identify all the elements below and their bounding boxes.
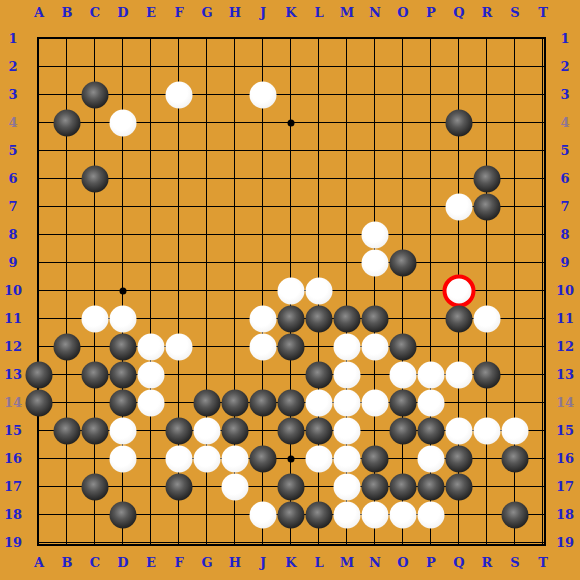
intersection-E11[interactable] <box>137 305 165 333</box>
intersection-O2[interactable] <box>389 53 417 81</box>
intersection-T3[interactable] <box>529 81 557 109</box>
intersection-P6[interactable] <box>417 165 445 193</box>
intersection-P19[interactable] <box>417 529 445 557</box>
intersection-E16[interactable] <box>137 445 165 473</box>
intersection-G14[interactable] <box>193 389 221 417</box>
intersection-S11[interactable] <box>501 305 529 333</box>
intersection-J12[interactable] <box>249 333 277 361</box>
intersection-M13[interactable] <box>333 361 361 389</box>
intersection-P5[interactable] <box>417 137 445 165</box>
intersection-S17[interactable] <box>501 473 529 501</box>
intersection-T5[interactable] <box>529 137 557 165</box>
intersection-O17[interactable] <box>389 473 417 501</box>
intersection-E7[interactable] <box>137 193 165 221</box>
intersection-M14[interactable] <box>333 389 361 417</box>
intersection-K9[interactable] <box>277 249 305 277</box>
intersection-O15[interactable] <box>389 417 417 445</box>
intersection-S18[interactable] <box>501 501 529 529</box>
intersection-A6[interactable] <box>25 165 53 193</box>
intersection-N8[interactable] <box>361 221 389 249</box>
intersection-C14[interactable] <box>81 389 109 417</box>
intersection-N6[interactable] <box>361 165 389 193</box>
intersection-F4[interactable] <box>165 109 193 137</box>
intersection-A8[interactable] <box>25 221 53 249</box>
intersection-D10[interactable] <box>109 277 137 305</box>
intersection-G18[interactable] <box>193 501 221 529</box>
intersection-B7[interactable] <box>53 193 81 221</box>
intersection-K13[interactable] <box>277 361 305 389</box>
intersection-P18[interactable] <box>417 501 445 529</box>
intersection-S12[interactable] <box>501 333 529 361</box>
intersection-R1[interactable] <box>473 25 501 53</box>
intersection-E6[interactable] <box>137 165 165 193</box>
intersection-G2[interactable] <box>193 53 221 81</box>
intersection-O16[interactable] <box>389 445 417 473</box>
intersection-F14[interactable] <box>165 389 193 417</box>
intersection-P8[interactable] <box>417 221 445 249</box>
intersection-L4[interactable] <box>305 109 333 137</box>
intersection-K19[interactable] <box>277 529 305 557</box>
intersection-H18[interactable] <box>221 501 249 529</box>
intersection-M12[interactable] <box>333 333 361 361</box>
intersection-F3[interactable] <box>165 81 193 109</box>
intersection-Q7[interactable] <box>445 193 473 221</box>
intersection-A16[interactable] <box>25 445 53 473</box>
intersection-K14[interactable] <box>277 389 305 417</box>
intersection-G4[interactable] <box>193 109 221 137</box>
intersection-R6[interactable] <box>473 165 501 193</box>
intersection-T9[interactable] <box>529 249 557 277</box>
intersection-Q18[interactable] <box>445 501 473 529</box>
intersection-R3[interactable] <box>473 81 501 109</box>
intersection-C13[interactable] <box>81 361 109 389</box>
intersection-B17[interactable] <box>53 473 81 501</box>
intersection-O11[interactable] <box>389 305 417 333</box>
intersection-L18[interactable] <box>305 501 333 529</box>
intersection-H19[interactable] <box>221 529 249 557</box>
intersection-E15[interactable] <box>137 417 165 445</box>
intersection-A19[interactable] <box>25 529 53 557</box>
intersection-K7[interactable] <box>277 193 305 221</box>
intersection-Q17[interactable] <box>445 473 473 501</box>
intersection-T15[interactable] <box>529 417 557 445</box>
intersection-S9[interactable] <box>501 249 529 277</box>
intersection-O6[interactable] <box>389 165 417 193</box>
intersection-Q5[interactable] <box>445 137 473 165</box>
intersection-C7[interactable] <box>81 193 109 221</box>
intersection-T16[interactable] <box>529 445 557 473</box>
intersection-Q12[interactable] <box>445 333 473 361</box>
intersection-D15[interactable] <box>109 417 137 445</box>
intersection-T13[interactable] <box>529 361 557 389</box>
intersection-T2[interactable] <box>529 53 557 81</box>
intersection-B16[interactable] <box>53 445 81 473</box>
intersection-M1[interactable] <box>333 25 361 53</box>
intersection-C3[interactable] <box>81 81 109 109</box>
intersection-P9[interactable] <box>417 249 445 277</box>
intersection-H17[interactable] <box>221 473 249 501</box>
intersection-S10[interactable] <box>501 277 529 305</box>
intersection-G5[interactable] <box>193 137 221 165</box>
intersection-N1[interactable] <box>361 25 389 53</box>
intersection-L5[interactable] <box>305 137 333 165</box>
intersection-E14[interactable] <box>137 389 165 417</box>
intersection-P16[interactable] <box>417 445 445 473</box>
intersection-K12[interactable] <box>277 333 305 361</box>
intersection-R4[interactable] <box>473 109 501 137</box>
intersection-L19[interactable] <box>305 529 333 557</box>
intersection-R7[interactable] <box>473 193 501 221</box>
intersection-C9[interactable] <box>81 249 109 277</box>
intersection-P7[interactable] <box>417 193 445 221</box>
intersection-A17[interactable] <box>25 473 53 501</box>
intersection-K5[interactable] <box>277 137 305 165</box>
intersection-Q16[interactable] <box>445 445 473 473</box>
intersection-G15[interactable] <box>193 417 221 445</box>
intersection-D9[interactable] <box>109 249 137 277</box>
intersection-L6[interactable] <box>305 165 333 193</box>
intersection-K3[interactable] <box>277 81 305 109</box>
intersection-N7[interactable] <box>361 193 389 221</box>
intersection-H6[interactable] <box>221 165 249 193</box>
intersection-P10[interactable] <box>417 277 445 305</box>
intersection-H10[interactable] <box>221 277 249 305</box>
intersection-J9[interactable] <box>249 249 277 277</box>
intersection-J10[interactable] <box>249 277 277 305</box>
intersection-E19[interactable] <box>137 529 165 557</box>
intersection-S14[interactable] <box>501 389 529 417</box>
intersection-T4[interactable] <box>529 109 557 137</box>
intersection-O5[interactable] <box>389 137 417 165</box>
intersection-D7[interactable] <box>109 193 137 221</box>
intersection-A3[interactable] <box>25 81 53 109</box>
intersection-S19[interactable] <box>501 529 529 557</box>
intersection-F19[interactable] <box>165 529 193 557</box>
intersection-B3[interactable] <box>53 81 81 109</box>
intersection-J8[interactable] <box>249 221 277 249</box>
intersection-M2[interactable] <box>333 53 361 81</box>
intersection-L2[interactable] <box>305 53 333 81</box>
intersection-D5[interactable] <box>109 137 137 165</box>
intersection-J3[interactable] <box>249 81 277 109</box>
intersection-S2[interactable] <box>501 53 529 81</box>
intersection-F7[interactable] <box>165 193 193 221</box>
intersection-Q15[interactable] <box>445 417 473 445</box>
intersection-J4[interactable] <box>249 109 277 137</box>
intersection-M19[interactable] <box>333 529 361 557</box>
intersection-G3[interactable] <box>193 81 221 109</box>
intersection-R11[interactable] <box>473 305 501 333</box>
intersection-R19[interactable] <box>473 529 501 557</box>
intersection-O8[interactable] <box>389 221 417 249</box>
intersection-E12[interactable] <box>137 333 165 361</box>
intersection-J19[interactable] <box>249 529 277 557</box>
intersection-K17[interactable] <box>277 473 305 501</box>
intersection-K10[interactable] <box>277 277 305 305</box>
intersection-M6[interactable] <box>333 165 361 193</box>
intersection-C18[interactable] <box>81 501 109 529</box>
intersection-E13[interactable] <box>137 361 165 389</box>
intersection-B18[interactable] <box>53 501 81 529</box>
intersection-B5[interactable] <box>53 137 81 165</box>
intersection-L1[interactable] <box>305 25 333 53</box>
intersection-H15[interactable] <box>221 417 249 445</box>
intersection-Q10[interactable] <box>445 277 473 305</box>
intersection-M8[interactable] <box>333 221 361 249</box>
intersection-T10[interactable] <box>529 277 557 305</box>
intersection-P15[interactable] <box>417 417 445 445</box>
intersection-D11[interactable] <box>109 305 137 333</box>
intersection-D13[interactable] <box>109 361 137 389</box>
intersection-O1[interactable] <box>389 25 417 53</box>
intersection-L12[interactable] <box>305 333 333 361</box>
intersection-A1[interactable] <box>25 25 53 53</box>
intersection-N14[interactable] <box>361 389 389 417</box>
intersection-H1[interactable] <box>221 25 249 53</box>
intersection-A4[interactable] <box>25 109 53 137</box>
intersection-S15[interactable] <box>501 417 529 445</box>
intersection-M9[interactable] <box>333 249 361 277</box>
intersection-E8[interactable] <box>137 221 165 249</box>
intersection-L16[interactable] <box>305 445 333 473</box>
intersection-T8[interactable] <box>529 221 557 249</box>
intersection-T7[interactable] <box>529 193 557 221</box>
intersection-F18[interactable] <box>165 501 193 529</box>
intersection-L15[interactable] <box>305 417 333 445</box>
intersection-D3[interactable] <box>109 81 137 109</box>
intersection-A9[interactable] <box>25 249 53 277</box>
intersection-G6[interactable] <box>193 165 221 193</box>
intersection-L17[interactable] <box>305 473 333 501</box>
intersection-N15[interactable] <box>361 417 389 445</box>
intersection-H12[interactable] <box>221 333 249 361</box>
intersection-B15[interactable] <box>53 417 81 445</box>
intersection-S4[interactable] <box>501 109 529 137</box>
intersection-D19[interactable] <box>109 529 137 557</box>
intersection-D6[interactable] <box>109 165 137 193</box>
intersection-J13[interactable] <box>249 361 277 389</box>
intersection-F8[interactable] <box>165 221 193 249</box>
intersection-C8[interactable] <box>81 221 109 249</box>
intersection-D4[interactable] <box>109 109 137 137</box>
intersection-O10[interactable] <box>389 277 417 305</box>
intersection-N19[interactable] <box>361 529 389 557</box>
intersection-O19[interactable] <box>389 529 417 557</box>
intersection-K1[interactable] <box>277 25 305 53</box>
intersection-M3[interactable] <box>333 81 361 109</box>
intersection-K16[interactable] <box>277 445 305 473</box>
intersection-K6[interactable] <box>277 165 305 193</box>
intersection-A13[interactable] <box>25 361 53 389</box>
intersection-P11[interactable] <box>417 305 445 333</box>
intersection-D1[interactable] <box>109 25 137 53</box>
intersection-R10[interactable] <box>473 277 501 305</box>
intersection-H7[interactable] <box>221 193 249 221</box>
intersection-M17[interactable] <box>333 473 361 501</box>
intersection-N4[interactable] <box>361 109 389 137</box>
intersection-A10[interactable] <box>25 277 53 305</box>
intersection-C11[interactable] <box>81 305 109 333</box>
intersection-F10[interactable] <box>165 277 193 305</box>
intersection-D8[interactable] <box>109 221 137 249</box>
intersection-J6[interactable] <box>249 165 277 193</box>
intersection-J2[interactable] <box>249 53 277 81</box>
intersection-S13[interactable] <box>501 361 529 389</box>
intersection-M5[interactable] <box>333 137 361 165</box>
intersection-B11[interactable] <box>53 305 81 333</box>
intersection-Q13[interactable] <box>445 361 473 389</box>
intersection-J7[interactable] <box>249 193 277 221</box>
intersection-H2[interactable] <box>221 53 249 81</box>
intersection-C10[interactable] <box>81 277 109 305</box>
intersection-D12[interactable] <box>109 333 137 361</box>
intersection-J17[interactable] <box>249 473 277 501</box>
intersection-G13[interactable] <box>193 361 221 389</box>
intersection-R18[interactable] <box>473 501 501 529</box>
intersection-L11[interactable] <box>305 305 333 333</box>
intersection-R8[interactable] <box>473 221 501 249</box>
intersection-A5[interactable] <box>25 137 53 165</box>
intersection-H16[interactable] <box>221 445 249 473</box>
intersection-F16[interactable] <box>165 445 193 473</box>
intersection-Q4[interactable] <box>445 109 473 137</box>
intersection-E5[interactable] <box>137 137 165 165</box>
intersection-E9[interactable] <box>137 249 165 277</box>
intersection-S6[interactable] <box>501 165 529 193</box>
intersection-L13[interactable] <box>305 361 333 389</box>
intersection-H4[interactable] <box>221 109 249 137</box>
intersection-G9[interactable] <box>193 249 221 277</box>
intersection-F5[interactable] <box>165 137 193 165</box>
intersection-D18[interactable] <box>109 501 137 529</box>
intersection-F17[interactable] <box>165 473 193 501</box>
intersection-O9[interactable] <box>389 249 417 277</box>
intersection-N16[interactable] <box>361 445 389 473</box>
intersection-D14[interactable] <box>109 389 137 417</box>
intersection-N17[interactable] <box>361 473 389 501</box>
intersection-A2[interactable] <box>25 53 53 81</box>
intersection-G10[interactable] <box>193 277 221 305</box>
intersection-T11[interactable] <box>529 305 557 333</box>
intersection-H13[interactable] <box>221 361 249 389</box>
intersection-J5[interactable] <box>249 137 277 165</box>
intersection-F6[interactable] <box>165 165 193 193</box>
intersection-A14[interactable] <box>25 389 53 417</box>
intersection-G7[interactable] <box>193 193 221 221</box>
intersection-O13[interactable] <box>389 361 417 389</box>
intersection-M18[interactable] <box>333 501 361 529</box>
intersection-A15[interactable] <box>25 417 53 445</box>
intersection-Q19[interactable] <box>445 529 473 557</box>
intersection-C6[interactable] <box>81 165 109 193</box>
intersection-R17[interactable] <box>473 473 501 501</box>
intersection-B2[interactable] <box>53 53 81 81</box>
intersection-O3[interactable] <box>389 81 417 109</box>
intersection-P12[interactable] <box>417 333 445 361</box>
intersection-S16[interactable] <box>501 445 529 473</box>
intersection-P2[interactable] <box>417 53 445 81</box>
intersection-E10[interactable] <box>137 277 165 305</box>
intersection-E3[interactable] <box>137 81 165 109</box>
intersection-F1[interactable] <box>165 25 193 53</box>
intersection-Q1[interactable] <box>445 25 473 53</box>
intersection-F2[interactable] <box>165 53 193 81</box>
intersection-N3[interactable] <box>361 81 389 109</box>
intersection-G17[interactable] <box>193 473 221 501</box>
intersection-J1[interactable] <box>249 25 277 53</box>
intersection-J16[interactable] <box>249 445 277 473</box>
intersection-D17[interactable] <box>109 473 137 501</box>
intersection-L14[interactable] <box>305 389 333 417</box>
intersection-S7[interactable] <box>501 193 529 221</box>
intersection-S3[interactable] <box>501 81 529 109</box>
intersection-J11[interactable] <box>249 305 277 333</box>
intersection-N10[interactable] <box>361 277 389 305</box>
intersection-R16[interactable] <box>473 445 501 473</box>
intersection-M10[interactable] <box>333 277 361 305</box>
intersection-Q9[interactable] <box>445 249 473 277</box>
intersection-B6[interactable] <box>53 165 81 193</box>
intersection-Q14[interactable] <box>445 389 473 417</box>
intersection-B12[interactable] <box>53 333 81 361</box>
intersection-G1[interactable] <box>193 25 221 53</box>
intersection-G8[interactable] <box>193 221 221 249</box>
intersection-N13[interactable] <box>361 361 389 389</box>
intersection-H9[interactable] <box>221 249 249 277</box>
intersection-B19[interactable] <box>53 529 81 557</box>
intersection-L10[interactable] <box>305 277 333 305</box>
intersection-C1[interactable] <box>81 25 109 53</box>
intersection-D16[interactable] <box>109 445 137 473</box>
intersection-A12[interactable] <box>25 333 53 361</box>
intersection-C5[interactable] <box>81 137 109 165</box>
intersection-R15[interactable] <box>473 417 501 445</box>
intersection-P3[interactable] <box>417 81 445 109</box>
intersection-N9[interactable] <box>361 249 389 277</box>
intersection-M16[interactable] <box>333 445 361 473</box>
intersection-R2[interactable] <box>473 53 501 81</box>
intersection-K8[interactable] <box>277 221 305 249</box>
intersection-P17[interactable] <box>417 473 445 501</box>
intersection-J15[interactable] <box>249 417 277 445</box>
intersection-P4[interactable] <box>417 109 445 137</box>
intersection-G12[interactable] <box>193 333 221 361</box>
intersection-L3[interactable] <box>305 81 333 109</box>
intersection-B14[interactable] <box>53 389 81 417</box>
intersection-S1[interactable] <box>501 25 529 53</box>
intersection-C17[interactable] <box>81 473 109 501</box>
intersection-L8[interactable] <box>305 221 333 249</box>
intersection-F9[interactable] <box>165 249 193 277</box>
intersection-Q6[interactable] <box>445 165 473 193</box>
intersection-F13[interactable] <box>165 361 193 389</box>
intersection-K4[interactable] <box>277 109 305 137</box>
intersection-M15[interactable] <box>333 417 361 445</box>
intersection-Q2[interactable] <box>445 53 473 81</box>
intersection-R5[interactable] <box>473 137 501 165</box>
intersection-T17[interactable] <box>529 473 557 501</box>
intersection-E4[interactable] <box>137 109 165 137</box>
intersection-T14[interactable] <box>529 389 557 417</box>
intersection-O7[interactable] <box>389 193 417 221</box>
intersection-B10[interactable] <box>53 277 81 305</box>
intersection-G11[interactable] <box>193 305 221 333</box>
intersection-O14[interactable] <box>389 389 417 417</box>
intersection-E17[interactable] <box>137 473 165 501</box>
intersection-N11[interactable] <box>361 305 389 333</box>
intersection-O18[interactable] <box>389 501 417 529</box>
intersection-M4[interactable] <box>333 109 361 137</box>
